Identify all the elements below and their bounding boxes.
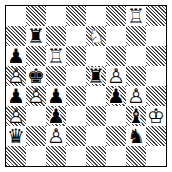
piece-outline-layer: ♙ — [6, 66, 26, 86]
white-pawn[interactable]: ♟♙ — [46, 126, 66, 146]
black-bishop[interactable]: ♝ — [126, 106, 146, 126]
piece-outline-layer: ♙ — [26, 86, 46, 106]
square-c1[interactable] — [46, 146, 66, 166]
piece-outline-layer: ♖ — [126, 6, 146, 26]
square-g6[interactable] — [126, 46, 146, 66]
piece-outline-layer: ♔ — [146, 106, 166, 126]
square-h6[interactable] — [146, 46, 166, 66]
square-b1[interactable] — [26, 146, 46, 166]
black-pawn[interactable]: ♟ — [6, 46, 26, 66]
square-c5[interactable] — [46, 66, 66, 86]
square-e4[interactable] — [86, 86, 106, 106]
square-b4[interactable]: ♟♙ — [26, 86, 46, 106]
square-h1[interactable] — [146, 146, 166, 166]
black-rook[interactable]: ♜ — [86, 66, 106, 86]
square-c4[interactable]: ♟ — [46, 86, 66, 106]
square-d6[interactable] — [66, 46, 86, 66]
piece-outline-layer: ♙ — [126, 86, 146, 106]
square-f4[interactable]: ♟ — [106, 86, 126, 106]
white-pawn[interactable]: ♟♙ — [26, 86, 46, 106]
square-c8[interactable] — [46, 6, 66, 26]
square-c3[interactable]: ♟ — [46, 106, 66, 126]
square-g7[interactable] — [126, 26, 146, 46]
square-h5[interactable] — [146, 66, 166, 86]
black-queen[interactable]: ♛ — [6, 126, 26, 146]
square-h7[interactable] — [146, 26, 166, 46]
square-d4[interactable] — [66, 86, 86, 106]
square-b7[interactable]: ♜ — [26, 26, 46, 46]
black-knight[interactable]: ♞ — [126, 126, 146, 146]
black-rook[interactable]: ♜ — [26, 26, 46, 46]
square-g4[interactable]: ♟♙ — [126, 86, 146, 106]
square-a2[interactable]: ♛ — [6, 126, 26, 146]
white-king[interactable]: ♚♔ — [146, 106, 166, 126]
white-pawn[interactable]: ♟♙ — [6, 106, 26, 126]
square-e6[interactable] — [86, 46, 106, 66]
square-a1[interactable] — [6, 146, 26, 166]
square-d7[interactable] — [66, 26, 86, 46]
square-g1[interactable] — [126, 146, 146, 166]
square-h4[interactable] — [146, 86, 166, 106]
white-rook[interactable]: ♜♖ — [46, 46, 66, 66]
square-c7[interactable] — [46, 26, 66, 46]
white-pawn[interactable]: ♟♙ — [126, 86, 146, 106]
square-f8[interactable] — [106, 6, 126, 26]
square-f6[interactable] — [106, 46, 126, 66]
square-d5[interactable] — [66, 66, 86, 86]
white-pawn[interactable]: ♟♙ — [106, 66, 126, 86]
black-king[interactable]: ♚ — [26, 66, 46, 86]
black-pawn[interactable]: ♟ — [46, 106, 66, 126]
square-e5[interactable]: ♜ — [86, 66, 106, 86]
piece-outline-layer: ♘ — [86, 26, 106, 46]
square-e3[interactable] — [86, 106, 106, 126]
square-f7[interactable] — [106, 26, 126, 46]
square-e2[interactable] — [86, 126, 106, 146]
square-a3[interactable]: ♟♙ — [6, 106, 26, 126]
square-b5[interactable]: ♚ — [26, 66, 46, 86]
square-a7[interactable] — [6, 26, 26, 46]
piece-outline-layer: ♙ — [6, 106, 26, 126]
chess-diagram-page: ♜♖♜♞♘♟♜♖♟♙♚♜♟♙♟♟♙♟♟♟♙♟♙♟♝♚♔♛♟♙♞ — [0, 0, 172, 172]
square-d2[interactable] — [66, 126, 86, 146]
piece-outline-layer: ♙ — [46, 126, 66, 146]
square-b2[interactable] — [26, 126, 46, 146]
square-d3[interactable] — [66, 106, 86, 126]
white-rook[interactable]: ♜♖ — [126, 6, 146, 26]
square-f3[interactable] — [106, 106, 126, 126]
square-b6[interactable] — [26, 46, 46, 66]
square-f5[interactable]: ♟♙ — [106, 66, 126, 86]
square-f2[interactable] — [106, 126, 126, 146]
piece-outline-layer: ♙ — [106, 66, 126, 86]
black-pawn[interactable]: ♟ — [6, 86, 26, 106]
square-b8[interactable] — [26, 6, 46, 26]
square-f1[interactable] — [106, 146, 126, 166]
square-d8[interactable] — [66, 6, 86, 26]
square-g2[interactable]: ♞ — [126, 126, 146, 146]
square-e1[interactable] — [86, 146, 106, 166]
square-g3[interactable]: ♝ — [126, 106, 146, 126]
black-pawn[interactable]: ♟ — [46, 86, 66, 106]
chess-board: ♜♖♜♞♘♟♜♖♟♙♚♜♟♙♟♟♙♟♟♟♙♟♙♟♝♚♔♛♟♙♞ — [5, 5, 167, 167]
square-a6[interactable]: ♟ — [6, 46, 26, 66]
square-e7[interactable]: ♞♘ — [86, 26, 106, 46]
white-pawn[interactable]: ♟♙ — [6, 66, 26, 86]
square-c2[interactable]: ♟♙ — [46, 126, 66, 146]
square-d1[interactable] — [66, 146, 86, 166]
square-b3[interactable] — [26, 106, 46, 126]
square-h2[interactable] — [146, 126, 166, 146]
white-knight[interactable]: ♞♘ — [86, 26, 106, 46]
square-a5[interactable]: ♟♙ — [6, 66, 26, 86]
square-a4[interactable]: ♟ — [6, 86, 26, 106]
square-h8[interactable] — [146, 6, 166, 26]
square-g8[interactable]: ♜♖ — [126, 6, 146, 26]
square-g5[interactable] — [126, 66, 146, 86]
square-a8[interactable] — [6, 6, 26, 26]
square-e8[interactable] — [86, 6, 106, 26]
square-h3[interactable]: ♚♔ — [146, 106, 166, 126]
black-pawn[interactable]: ♟ — [106, 86, 126, 106]
piece-outline-layer: ♖ — [46, 46, 66, 66]
square-c6[interactable]: ♜♖ — [46, 46, 66, 66]
